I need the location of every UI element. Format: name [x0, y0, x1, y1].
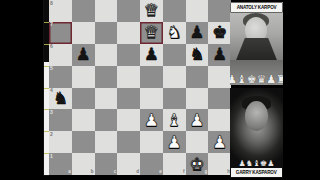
square-f3[interactable]: ♝	[163, 109, 186, 131]
square-e7[interactable]: ♛	[140, 22, 163, 44]
square-e1[interactable]: e	[140, 153, 163, 175]
square-d6[interactable]	[117, 44, 140, 66]
piece-white-P-f2[interactable]: ♟	[163, 131, 186, 153]
rank-label-7: 7	[50, 22, 53, 27]
karpov-photo-chess-pieces: ♟♝♚♛♟♜	[230, 60, 283, 85]
square-e5[interactable]	[140, 66, 163, 88]
square-d8[interactable]	[117, 0, 140, 22]
karpov-photo: ANATOLY KARPOV ♟♝♚♛♟♜	[230, 2, 283, 85]
square-g2[interactable]	[186, 131, 209, 153]
square-a6[interactable]: 6	[49, 44, 72, 66]
kasparov-name-text: GARRY KASPAROV	[236, 168, 277, 177]
square-b2[interactable]	[72, 131, 95, 153]
kasparov-photo-chess-pieces: ♟♞♝♚♟	[230, 158, 283, 168]
file-label-g: g	[205, 170, 208, 175]
piece-black-K-h7[interactable]: ♚	[208, 22, 231, 44]
square-a1[interactable]: 1a	[49, 153, 72, 175]
kasparov-photo: ♟♞♝♚♟ GARRY KASPAROV	[230, 88, 283, 178]
square-d7[interactable]	[117, 22, 140, 44]
piece-black-N-g6[interactable]: ♞	[186, 44, 209, 66]
piece-black-P-e6[interactable]: ♟	[140, 44, 163, 66]
square-e4[interactable]	[140, 88, 163, 110]
square-d5[interactable]	[117, 66, 140, 88]
square-c7[interactable]	[95, 22, 118, 44]
square-e6[interactable]: ♟	[140, 44, 163, 66]
file-label-e: e	[159, 170, 162, 175]
square-h1[interactable]: h	[208, 153, 231, 175]
square-g4[interactable]	[186, 88, 209, 110]
square-c4[interactable]	[95, 88, 118, 110]
piece-black-P-g7[interactable]: ♟	[186, 22, 209, 44]
square-c5[interactable]	[95, 66, 118, 88]
rank-label-4: 4	[50, 88, 53, 93]
square-c6[interactable]	[95, 44, 118, 66]
karpov-suit	[230, 38, 283, 62]
rank-label-8: 8	[50, 1, 53, 6]
square-g8[interactable]	[186, 0, 209, 22]
square-h6[interactable]: ♟	[208, 44, 231, 66]
square-b7[interactable]	[72, 22, 95, 44]
piece-white-P-h2[interactable]: ♟	[208, 131, 231, 153]
karpov-name-text: ANATOLY KARPOV	[237, 3, 277, 12]
file-label-b: b	[91, 170, 94, 175]
video-thumbnail: 8♛7♛♞♟♚6♟♟♞♟54♞3♟♝♟2♟♟1abcdefg♚h ANATOLY…	[0, 0, 320, 180]
square-e3[interactable]: ♟	[140, 109, 163, 131]
rank-label-5: 5	[50, 66, 53, 71]
karpov-name-label: ANATOLY KARPOV	[231, 3, 282, 12]
square-c2[interactable]	[95, 131, 118, 153]
square-a5[interactable]: 5	[49, 66, 72, 88]
file-label-a: a	[68, 170, 71, 175]
square-c1[interactable]: c	[95, 153, 118, 175]
square-e2[interactable]	[140, 131, 163, 153]
square-a7[interactable]: 7	[49, 22, 72, 44]
piece-white-B-f3[interactable]: ♝	[163, 109, 186, 131]
square-h2[interactable]: ♟	[208, 131, 231, 153]
square-g5[interactable]	[186, 66, 209, 88]
piece-white-N-f7[interactable]: ♞	[163, 22, 186, 44]
square-g3[interactable]: ♟	[186, 109, 209, 131]
square-d1[interactable]: d	[117, 153, 140, 175]
square-d2[interactable]	[117, 131, 140, 153]
piece-black-P-h6[interactable]: ♟	[208, 44, 231, 66]
square-a4[interactable]: 4♞	[49, 88, 72, 110]
square-h8[interactable]	[208, 0, 231, 22]
square-a3[interactable]: 3	[49, 109, 72, 131]
square-a8[interactable]: 8	[49, 0, 72, 22]
kasparov-name-label: GARRY KASPAROV	[231, 168, 282, 177]
square-g1[interactable]: g♚	[186, 153, 209, 175]
square-c3[interactable]	[95, 109, 118, 131]
square-d4[interactable]	[117, 88, 140, 110]
chess-board: 8♛7♛♞♟♚6♟♟♞♟54♞3♟♝♟2♟♟1abcdefg♚h	[49, 0, 231, 175]
piece-black-P-b6[interactable]: ♟	[72, 44, 95, 66]
rank-label-2: 2	[50, 132, 53, 137]
square-h4[interactable]	[208, 88, 231, 110]
square-f2[interactable]: ♟	[163, 131, 186, 153]
square-f4[interactable]	[163, 88, 186, 110]
piece-white-Q-e7[interactable]: ♛	[140, 22, 163, 44]
rank-label-6: 6	[50, 44, 53, 49]
square-a2[interactable]: 2	[49, 131, 72, 153]
square-h5[interactable]	[208, 66, 231, 88]
square-b3[interactable]	[72, 109, 95, 131]
square-f6[interactable]	[163, 44, 186, 66]
file-label-d: d	[136, 170, 139, 175]
rank-label-1: 1	[50, 154, 53, 159]
piece-white-P-e3[interactable]: ♟	[140, 109, 163, 131]
square-h7[interactable]: ♚	[208, 22, 231, 44]
file-label-f: f	[183, 170, 185, 175]
rank-label-3: 3	[50, 110, 53, 115]
kasparov-face	[245, 101, 268, 131]
square-d3[interactable]	[117, 109, 140, 131]
square-g7[interactable]: ♟	[186, 22, 209, 44]
square-b4[interactable]	[72, 88, 95, 110]
file-label-c: c	[114, 170, 117, 175]
piece-white-P-g3[interactable]: ♟	[186, 109, 209, 131]
piece-white-Q-e8[interactable]: ♛	[140, 0, 163, 22]
square-b5[interactable]	[72, 66, 95, 88]
square-b8[interactable]	[72, 0, 95, 22]
square-f8[interactable]	[163, 0, 186, 22]
square-f5[interactable]	[163, 66, 186, 88]
square-b6[interactable]: ♟	[72, 44, 95, 66]
square-h3[interactable]	[208, 109, 231, 131]
square-f1[interactable]: f	[163, 153, 186, 175]
square-c8[interactable]	[95, 0, 118, 22]
square-f7[interactable]: ♞	[163, 22, 186, 44]
square-e8[interactable]: ♛	[140, 0, 163, 22]
square-g6[interactable]: ♞	[186, 44, 209, 66]
square-b1[interactable]: b	[72, 153, 95, 175]
